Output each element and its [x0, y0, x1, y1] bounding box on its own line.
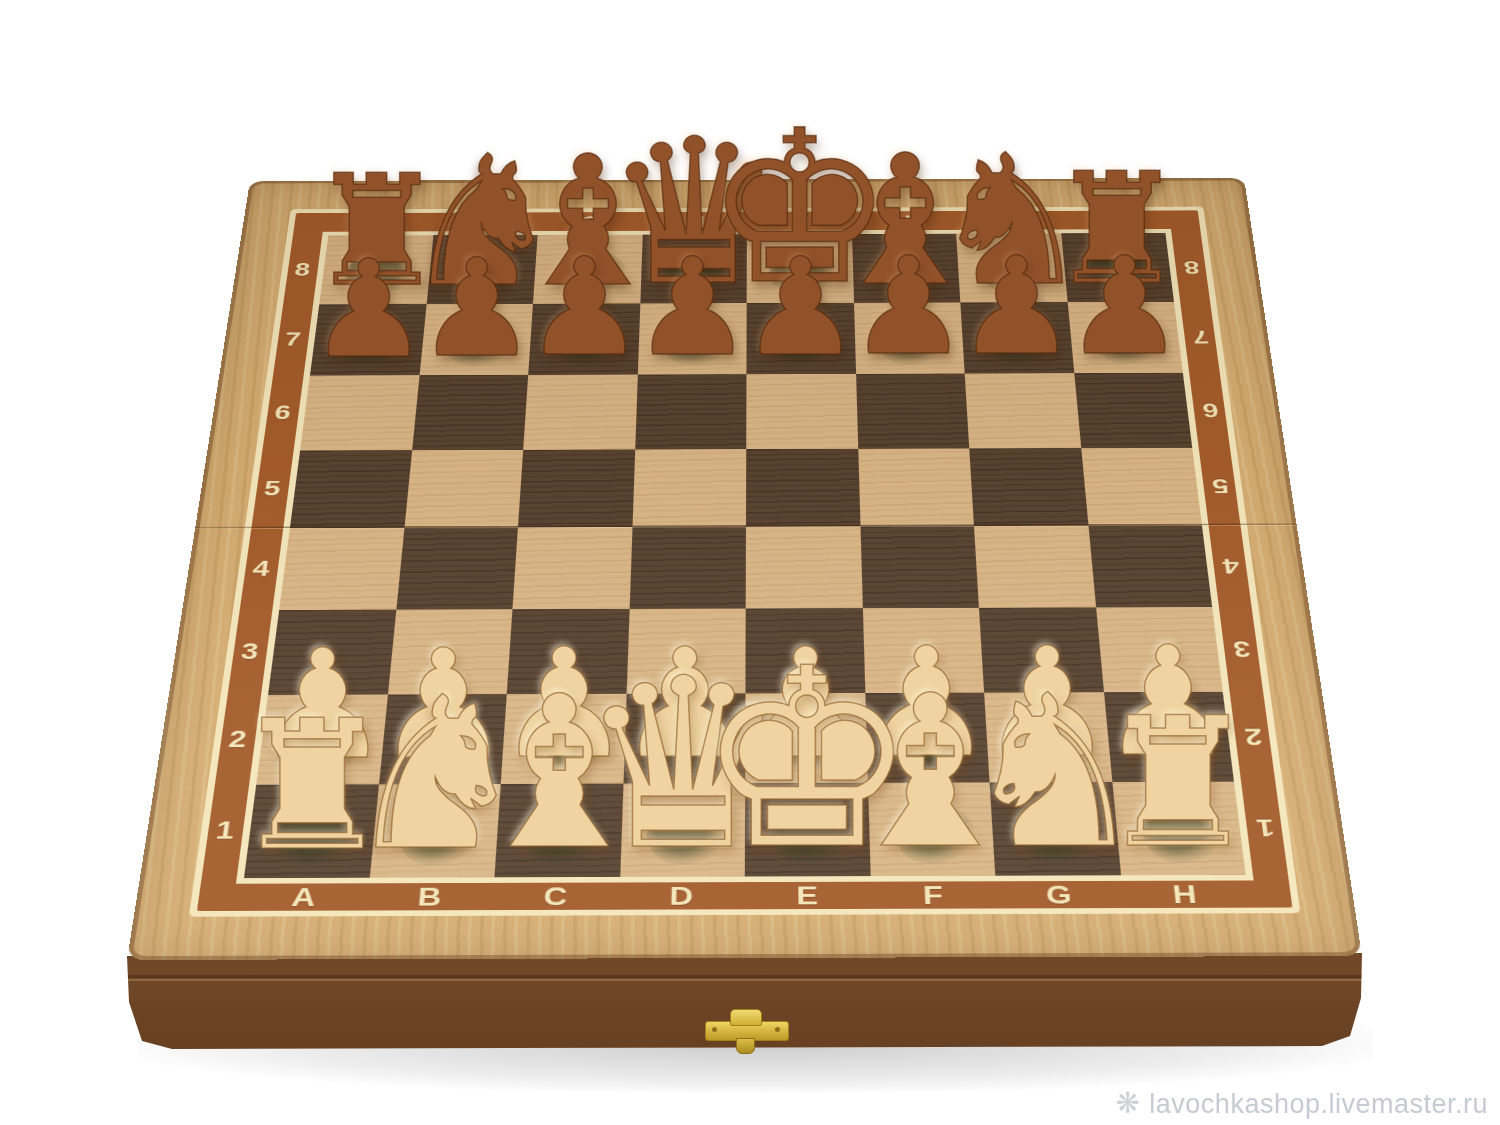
rank-label-left-6: 6 [273, 401, 293, 423]
square-h4[interactable] [1088, 525, 1212, 607]
black-pawn-glyph: ♟ [848, 240, 969, 375]
piece-black-pawn-h7[interactable]: ♟ [1064, 240, 1185, 375]
black-pawn-glyph: ♟ [308, 242, 429, 377]
brass-clasp-tab [730, 1009, 762, 1026]
square-a4[interactable] [279, 528, 404, 610]
piece-black-pawn-f7[interactable]: ♟ [848, 240, 969, 375]
square-b4[interactable] [396, 527, 518, 609]
square-g4[interactable] [974, 526, 1096, 608]
snowflake-icon: ❋ [1116, 1087, 1141, 1119]
watermark: ❋lavochkashop.livemaster.ru [1116, 1086, 1488, 1120]
square-c4[interactable] [512, 527, 631, 609]
piece-black-pawn-d7[interactable]: ♟ [632, 241, 753, 376]
box-side-groove [127, 975, 1362, 978]
piece-black-pawn-g7[interactable]: ♟ [956, 240, 1077, 375]
black-pawn-glyph: ♟ [956, 240, 1077, 375]
square-b5[interactable] [404, 449, 523, 527]
square-a5[interactable] [290, 450, 412, 528]
chess-set-photo: 88AA77BB66CC55DD44EE33FF22GG11HH ♜♞♝♛♚♝♞… [0, 0, 1500, 1125]
black-pawn-glyph: ♟ [416, 242, 537, 377]
black-pawn-glyph: ♟ [1064, 240, 1185, 375]
clasp-screw-right [775, 1027, 780, 1032]
piece-black-pawn-b7[interactable]: ♟ [416, 242, 537, 377]
square-f4[interactable] [860, 526, 979, 608]
square-g5[interactable] [969, 448, 1088, 526]
square-e4[interactable] [746, 526, 863, 608]
rank-label-left-5: 5 [262, 477, 283, 500]
brass-clasp-hook [736, 1038, 755, 1054]
rank-label-right-6: 6 [1199, 399, 1219, 421]
piece-black-pawn-c7[interactable]: ♟ [524, 241, 645, 376]
rank-label-left-7: 7 [283, 329, 303, 350]
rank-label-right-4: 4 [1219, 553, 1240, 577]
piece-white-rook-h1[interactable]: ♜ [1098, 695, 1259, 874]
rank-label-right-5: 5 [1209, 474, 1230, 497]
square-d5[interactable] [632, 449, 746, 527]
black-pawn-glyph: ♟ [740, 241, 861, 376]
clasp-screw-left [712, 1027, 717, 1032]
piece-black-pawn-a7[interactable]: ♟ [308, 242, 429, 377]
square-c5[interactable] [518, 449, 635, 527]
rank-label-right-7: 7 [1190, 326, 1210, 347]
square-e5[interactable] [746, 448, 860, 526]
square-h5[interactable] [1081, 447, 1202, 525]
white-rook-glyph: ♜ [1098, 695, 1259, 874]
rank-label-left-4: 4 [251, 556, 272, 580]
black-pawn-glyph: ♟ [524, 241, 645, 376]
square-f5[interactable] [858, 448, 974, 526]
watermark-text: lavochkashop.livemaster.ru [1149, 1089, 1488, 1119]
square-d4[interactable] [629, 527, 746, 609]
black-pawn-glyph: ♟ [632, 241, 753, 376]
piece-black-pawn-e7[interactable]: ♟ [740, 241, 861, 376]
box-side-sheen [127, 979, 1362, 981]
